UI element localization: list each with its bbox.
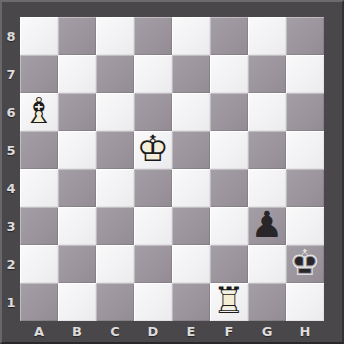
square-b1[interactable] — [58, 283, 96, 321]
square-d8[interactable] — [134, 17, 172, 55]
file-label-h: H — [286, 321, 324, 342]
square-c8[interactable] — [96, 17, 134, 55]
piece-white-bishop[interactable]: ♝♗ — [20, 93, 58, 131]
rank-label-8: 8 — [2, 17, 20, 55]
black-king-detail: ♔ — [286, 245, 324, 283]
square-a6[interactable]: ♝♗ — [20, 93, 58, 131]
rank-label-4: 4 — [2, 169, 20, 207]
chess-board-frame: 87654321ABCDEFGH♝♗♚♔♟♚♔♜♖ — [0, 0, 344, 344]
piece-white-rook[interactable]: ♜♖ — [210, 283, 248, 321]
square-a5[interactable] — [20, 131, 58, 169]
square-g2[interactable] — [248, 245, 286, 283]
file-label-f: F — [210, 321, 248, 342]
square-d1[interactable] — [134, 283, 172, 321]
piece-black-pawn[interactable]: ♟ — [248, 207, 286, 245]
square-e8[interactable] — [172, 17, 210, 55]
rank-label-6: 6 — [2, 93, 20, 131]
square-b2[interactable] — [58, 245, 96, 283]
square-b7[interactable] — [58, 55, 96, 93]
square-f7[interactable] — [210, 55, 248, 93]
square-g4[interactable] — [248, 169, 286, 207]
square-b5[interactable] — [58, 131, 96, 169]
square-c7[interactable] — [96, 55, 134, 93]
file-label-a: A — [20, 321, 58, 342]
file-label-e: E — [172, 321, 210, 342]
square-b8[interactable] — [58, 17, 96, 55]
square-h1[interactable] — [286, 283, 324, 321]
square-e7[interactable] — [172, 55, 210, 93]
square-a4[interactable] — [20, 169, 58, 207]
square-c3[interactable] — [96, 207, 134, 245]
square-f5[interactable] — [210, 131, 248, 169]
square-g7[interactable] — [248, 55, 286, 93]
square-h7[interactable] — [286, 55, 324, 93]
square-f8[interactable] — [210, 17, 248, 55]
square-b4[interactable] — [58, 169, 96, 207]
file-label-b: B — [58, 321, 96, 342]
square-a2[interactable] — [20, 245, 58, 283]
square-e4[interactable] — [172, 169, 210, 207]
square-g3[interactable]: ♟ — [248, 207, 286, 245]
rank-label-1: 1 — [2, 283, 20, 321]
square-d6[interactable] — [134, 93, 172, 131]
square-d4[interactable] — [134, 169, 172, 207]
white-bishop-outline: ♗ — [20, 93, 58, 131]
black-pawn-glyph: ♟ — [248, 207, 286, 245]
rank-label-5: 5 — [2, 131, 20, 169]
square-d7[interactable] — [134, 55, 172, 93]
square-d3[interactable] — [134, 207, 172, 245]
square-f4[interactable] — [210, 169, 248, 207]
rank-label-2: 2 — [2, 245, 20, 283]
square-a8[interactable] — [20, 17, 58, 55]
square-c6[interactable] — [96, 93, 134, 131]
square-c5[interactable] — [96, 131, 134, 169]
piece-white-king[interactable]: ♚♔ — [134, 131, 172, 169]
file-label-d: D — [134, 321, 172, 342]
chess-board: 87654321ABCDEFGH♝♗♚♔♟♚♔♜♖ — [2, 2, 342, 342]
square-b6[interactable] — [58, 93, 96, 131]
square-f6[interactable] — [210, 93, 248, 131]
rank-label-3: 3 — [2, 207, 20, 245]
square-h3[interactable] — [286, 207, 324, 245]
square-e5[interactable] — [172, 131, 210, 169]
square-h6[interactable] — [286, 93, 324, 131]
square-c2[interactable] — [96, 245, 134, 283]
square-f1[interactable]: ♜♖ — [210, 283, 248, 321]
square-f3[interactable] — [210, 207, 248, 245]
square-g1[interactable] — [248, 283, 286, 321]
square-g5[interactable] — [248, 131, 286, 169]
rank-label-7: 7 — [2, 55, 20, 93]
square-h8[interactable] — [286, 17, 324, 55]
square-a3[interactable] — [20, 207, 58, 245]
square-e3[interactable] — [172, 207, 210, 245]
square-g6[interactable] — [248, 93, 286, 131]
square-h2[interactable]: ♚♔ — [286, 245, 324, 283]
file-label-c: C — [96, 321, 134, 342]
square-b3[interactable] — [58, 207, 96, 245]
file-label-g: G — [248, 321, 286, 342]
square-e2[interactable] — [172, 245, 210, 283]
square-d5[interactable]: ♚♔ — [134, 131, 172, 169]
square-g8[interactable] — [248, 17, 286, 55]
square-d2[interactable] — [134, 245, 172, 283]
square-h4[interactable] — [286, 169, 324, 207]
square-a7[interactable] — [20, 55, 58, 93]
white-king-outline: ♔ — [134, 131, 172, 169]
square-e1[interactable] — [172, 283, 210, 321]
square-a1[interactable] — [20, 283, 58, 321]
square-c1[interactable] — [96, 283, 134, 321]
piece-black-king[interactable]: ♚♔ — [286, 245, 324, 283]
square-e6[interactable] — [172, 93, 210, 131]
square-c4[interactable] — [96, 169, 134, 207]
square-h5[interactable] — [286, 131, 324, 169]
square-f2[interactable] — [210, 245, 248, 283]
white-rook-outline: ♖ — [210, 283, 248, 321]
